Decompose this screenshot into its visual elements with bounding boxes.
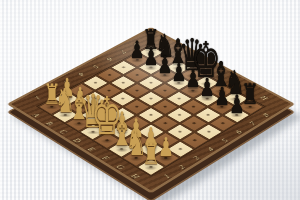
- piece-shadow: [85, 130, 102, 136]
- piece-shadow: [214, 105, 230, 111]
- piece-shadow: [228, 113, 245, 119]
- piece-shadow: [71, 121, 88, 127]
- piece-shadow: [114, 130, 131, 136]
- black-pawn-h7: ♟: [229, 91, 244, 116]
- piece-shadow: [44, 105, 60, 111]
- white-bishop-f1: ♝: [111, 114, 133, 150]
- piece-shadow: [227, 97, 243, 103]
- piece-shadow: [143, 65, 159, 70]
- black-pawn-d7: ♟: [171, 60, 186, 85]
- white-knight-b1: ♞: [55, 83, 75, 117]
- piece-shadow: [86, 113, 103, 119]
- piece-shadow: [99, 138, 116, 144]
- piece-shadow: [100, 121, 117, 127]
- black-rook-h8: ♜: [242, 80, 259, 108]
- piece-shadow: [142, 147, 159, 153]
- piece-shadow: [199, 97, 215, 103]
- white-rook-h1: ♜: [142, 139, 160, 169]
- white-queen-d1: ♛: [79, 87, 107, 133]
- white-king-e1: ♚: [92, 90, 123, 142]
- white-knight-g1: ♞: [126, 125, 147, 160]
- black-knight-g8: ♞: [225, 67, 245, 100]
- black-pawn-f7: ♟: [200, 75, 215, 100]
- piece-shadow: [185, 89, 201, 95]
- piece-shadow: [72, 105, 88, 111]
- black-pawn-e7: ♟: [185, 68, 200, 93]
- black-king-e8: ♚: [192, 35, 222, 84]
- white-bishop-c1: ♝: [68, 89, 90, 125]
- white-pawn-c2: ♟: [86, 91, 101, 116]
- piece-shadow: [157, 73, 173, 79]
- piece-shadow: [184, 73, 200, 79]
- piece-shadow: [58, 97, 74, 103]
- piece-shadow: [198, 81, 214, 87]
- photo-scene: ABCDEFGH ABCDEFGH 12345678 12345678 ♜♞♝♛…: [0, 0, 300, 200]
- piece-shadow: [143, 50, 159, 55]
- black-pawn-b7: ♟: [144, 45, 159, 69]
- white-pawn-d2: ♟: [100, 100, 115, 125]
- black-pawn-c7: ♟: [157, 52, 172, 76]
- piece-shadow: [128, 156, 145, 162]
- black-pawn-g7: ♟: [214, 83, 229, 108]
- white-pawn-a2: ♟: [59, 75, 74, 100]
- white-pawn-e2: ♟: [114, 108, 130, 134]
- black-knight-b8: ♞: [155, 30, 174, 62]
- piece-shadow: [213, 89, 229, 95]
- piece-shadow: [171, 81, 187, 87]
- white-pawn-h2: ♟: [158, 133, 174, 159]
- piece-shadow: [157, 58, 173, 63]
- white-pawn-g2: ♟: [143, 125, 159, 151]
- piece-shadow: [130, 58, 146, 63]
- black-bishop-c8: ♝: [168, 35, 189, 69]
- black-rook-a8: ♜: [143, 27, 159, 54]
- piece-shadow: [128, 138, 145, 144]
- black-bishop-f8: ♝: [210, 58, 231, 93]
- piece-shadow: [157, 156, 174, 162]
- piece-shadow: [170, 65, 186, 70]
- pieces-layer: ♜♞♝♛♚♝♞♜♟♟♟♟♟♟♟♟♟♟♟♟♟♟♟♟♜♞♝♛♚♝♞♜: [0, 0, 300, 200]
- white-pawn-b2: ♟: [73, 83, 88, 108]
- white-pawn-f2: ♟: [129, 116, 145, 142]
- piece-shadow: [142, 165, 159, 171]
- piece-shadow: [113, 147, 130, 153]
- white-rook-a1: ♜: [43, 80, 60, 108]
- piece-shadow: [57, 113, 74, 119]
- piece-shadow: [242, 105, 258, 111]
- black-pawn-a7: ♟: [130, 38, 145, 62]
- black-queen-d8: ♛: [179, 33, 206, 77]
